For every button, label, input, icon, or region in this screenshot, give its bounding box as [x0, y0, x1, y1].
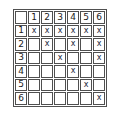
grid-cell-r2c1[interactable]	[28, 38, 40, 51]
grid-cell-r1c4[interactable]: x	[67, 25, 79, 38]
grid-cell-r4c3[interactable]	[54, 65, 66, 78]
grid-cell-r3c3[interactable]: x	[54, 52, 66, 65]
row-header-5: 5	[15, 79, 27, 92]
row-header-1: 1	[15, 25, 27, 38]
row-header-3: 3	[15, 52, 27, 65]
grid-cell-r5c6[interactable]	[93, 79, 105, 92]
grid-cell-r5c4[interactable]	[67, 79, 79, 92]
grid-cell-r1c5[interactable]: x	[80, 25, 92, 38]
grid-corner-cell	[15, 11, 27, 24]
grid-cell-r4c4[interactable]: x	[67, 65, 79, 78]
grid-cell-r6c4[interactable]	[67, 92, 79, 105]
row-header-6: 6	[15, 92, 27, 105]
grid-cell-r6c1[interactable]	[28, 92, 40, 105]
grid-cell-r3c1[interactable]	[28, 52, 40, 65]
grid-cell-r1c2[interactable]: x	[41, 25, 53, 38]
grid-cell-r4c2[interactable]	[41, 65, 53, 78]
puzzle-board: 1234561xxxxxx2xxx3xx4x5x6x	[13, 9, 107, 107]
grid-cell-r3c2[interactable]	[41, 52, 53, 65]
grid-cell-r5c5[interactable]: x	[80, 79, 92, 92]
column-header-6: 6	[93, 11, 105, 24]
grid-cell-r2c6[interactable]: x	[93, 38, 105, 51]
grid-cell-r6c2[interactable]	[41, 92, 53, 105]
column-header-2: 2	[41, 11, 53, 24]
grid-cell-r6c5[interactable]	[80, 92, 92, 105]
grid-cell-r2c3[interactable]	[54, 38, 66, 51]
grid-cell-r5c2[interactable]	[41, 79, 53, 92]
grid-cell-r6c6[interactable]: x	[93, 92, 105, 105]
grid-cell-r4c6[interactable]	[93, 65, 105, 78]
row-header-4: 4	[15, 65, 27, 78]
grid-cell-r2c2[interactable]: x	[41, 38, 53, 51]
grid-cell-r3c5[interactable]	[80, 52, 92, 65]
grid-cell-r2c5[interactable]	[80, 38, 92, 51]
grid-cell-r1c3[interactable]: x	[54, 25, 66, 38]
column-header-3: 3	[54, 11, 66, 24]
grid-cell-r3c4[interactable]	[67, 52, 79, 65]
row-header-2: 2	[15, 38, 27, 51]
column-header-5: 5	[80, 11, 92, 24]
grid-cell-r1c6[interactable]: x	[93, 25, 105, 38]
column-header-4: 4	[67, 11, 79, 24]
grid-cell-r1c1[interactable]: x	[28, 25, 40, 38]
grid-cell-r5c3[interactable]	[54, 79, 66, 92]
grid-cell-r6c3[interactable]	[54, 92, 66, 105]
grid-cell-r4c1[interactable]	[28, 65, 40, 78]
grid-cell-r4c5[interactable]	[80, 65, 92, 78]
grid-cell-r5c1[interactable]	[28, 79, 40, 92]
grid-cell-r2c4[interactable]: x	[67, 38, 79, 51]
column-header-1: 1	[28, 11, 40, 24]
puzzle-grid: 1234561xxxxxx2xxx3xx4x5x6x	[15, 11, 105, 105]
grid-cell-r3c6[interactable]: x	[93, 52, 105, 65]
